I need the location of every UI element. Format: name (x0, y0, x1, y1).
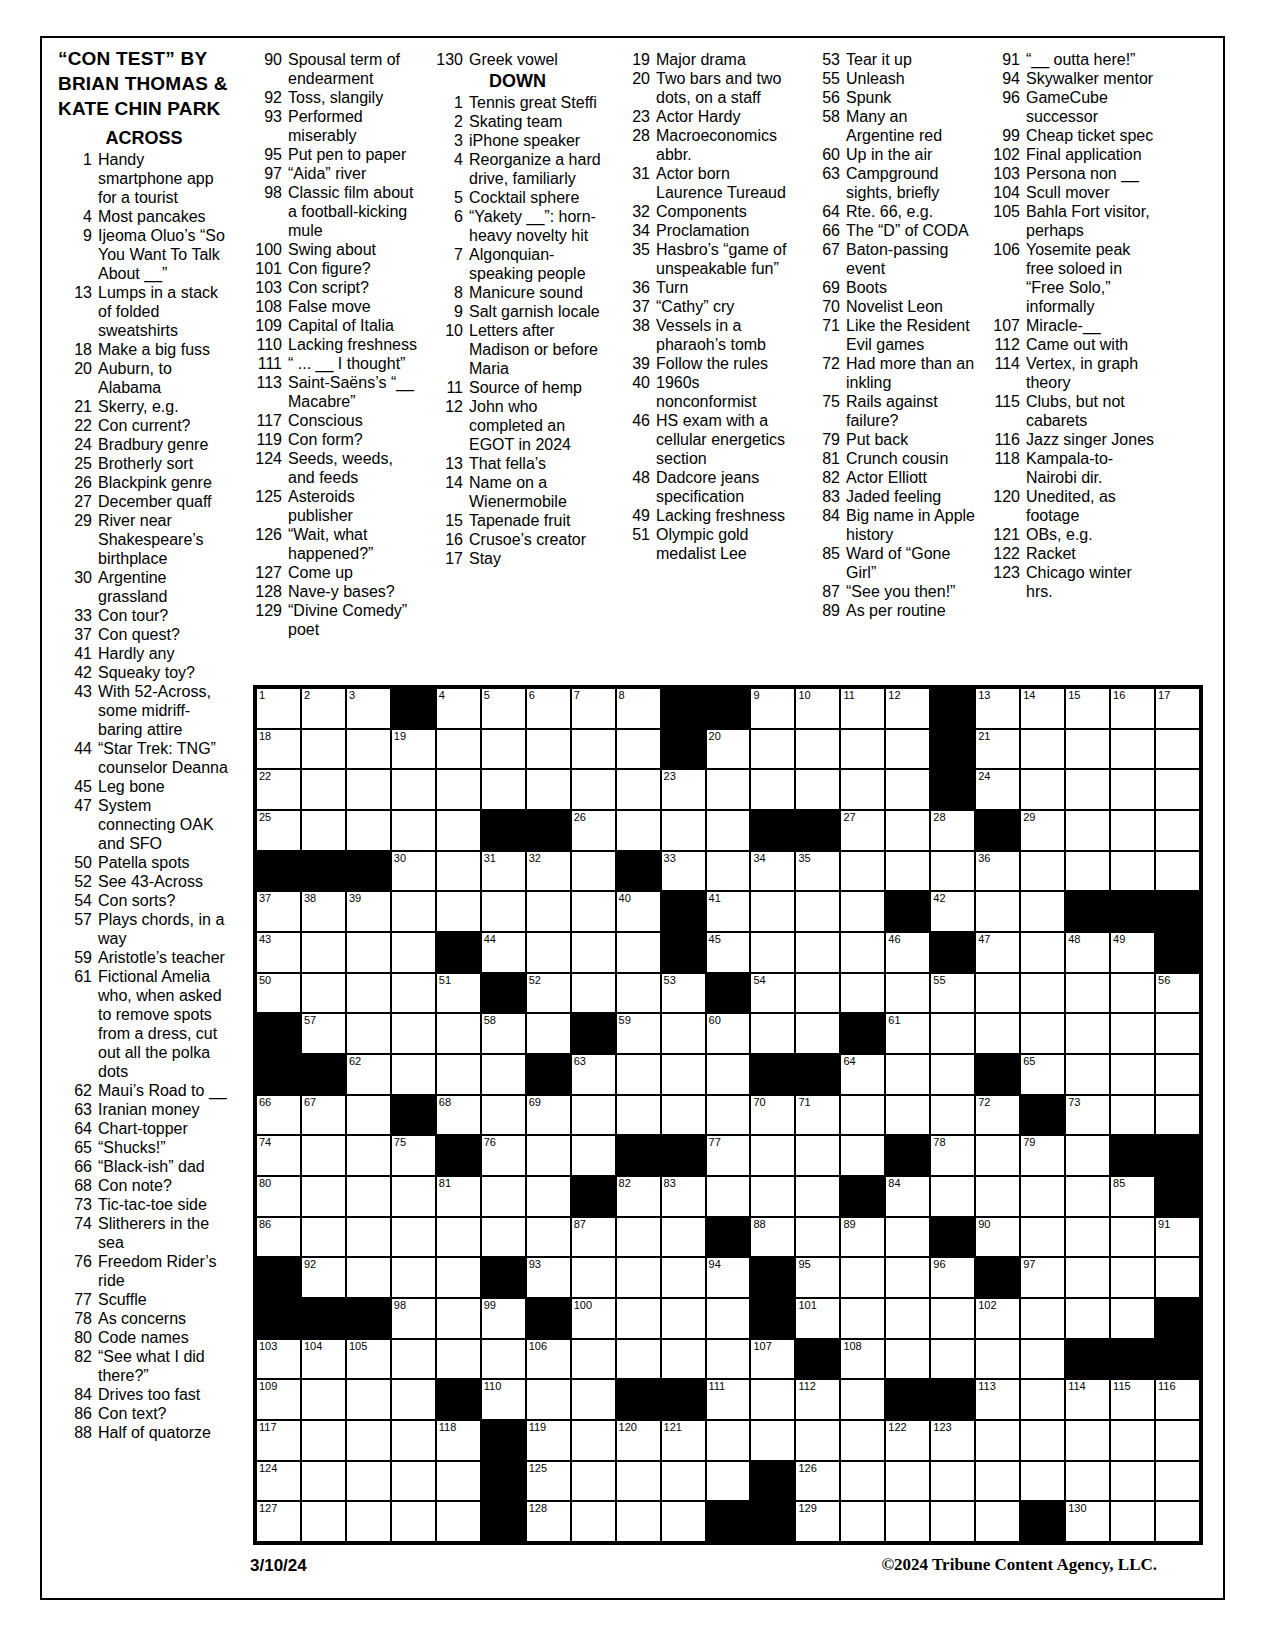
black-cell-r5c3 (346, 851, 391, 892)
cell-number-31: 31 (484, 852, 496, 865)
cell-r20c15 (885, 1461, 930, 1502)
clue-text: “Aida” river (288, 164, 422, 183)
cell-number-109: 109 (259, 1380, 277, 1393)
clue-number: 40 (614, 373, 656, 392)
clue-across-109: 109Capital of Italia (246, 316, 422, 335)
clue-number: 62 (56, 1081, 98, 1100)
clue-down-2: 2Skating team (427, 112, 608, 131)
cell-r11c10 (661, 1095, 706, 1136)
cell-number-5: 5 (484, 689, 490, 702)
clue-down-6: 6“Yakety __”: horn-heavy novelty hit (427, 207, 608, 245)
cell-r10c10 (661, 1054, 706, 1095)
cell-r20c18 (1020, 1461, 1065, 1502)
clue-across-103: 103Con script? (246, 278, 422, 297)
cell-r9c4 (391, 1013, 436, 1054)
cell-r21c19: 130 (1065, 1501, 1110, 1542)
cell-r6c16: 42 (930, 891, 975, 932)
clue-down-102: 102Final application (984, 145, 1158, 164)
clue-down-75: 75Rails against failure? (804, 392, 977, 430)
cell-r18c20: 115 (1110, 1379, 1155, 1420)
clue-across-59: 59Aristotle’s teacher (56, 948, 232, 967)
clue-number: 42 (56, 663, 98, 682)
cell-number-13: 13 (978, 689, 990, 702)
cell-r6c11: 41 (706, 891, 751, 932)
cell-number-89: 89 (843, 1218, 855, 1231)
clue-text: Skywalker mentor (1026, 69, 1158, 88)
cell-r17c4 (391, 1339, 436, 1380)
cell-r1c7: 6 (526, 688, 571, 729)
cell-number-44: 44 (484, 933, 496, 946)
clue-across-13: 13Lumps in a stack of folded sweatshirts (56, 283, 232, 340)
cell-r20c4 (391, 1461, 436, 1502)
clue-text: Manicure sound (469, 283, 608, 302)
clue-across-82: 82“See what I did there?” (56, 1347, 232, 1385)
clue-number: 125 (246, 487, 288, 506)
clue-number: 111 (246, 354, 288, 373)
clue-text: Racket (1026, 544, 1158, 563)
cell-r2c19 (1065, 729, 1110, 770)
clue-text: Fictional Amelia who, when asked to remo… (98, 967, 232, 1081)
cell-number-60: 60 (709, 1014, 721, 1027)
cell-r1c15: 12 (885, 688, 930, 729)
black-cell-r6c10 (661, 891, 706, 932)
cell-number-42: 42 (933, 892, 945, 905)
clue-text: Kampala-to-Nairobi dir. (1026, 449, 1158, 487)
cell-r21c20 (1110, 1501, 1155, 1542)
cell-number-35: 35 (798, 852, 810, 865)
cell-r6c7 (526, 891, 571, 932)
cell-r14c4 (391, 1217, 436, 1258)
cell-number-101: 101 (798, 1299, 816, 1312)
clue-number: 119 (246, 430, 288, 449)
cell-r16c8: 100 (571, 1298, 616, 1339)
clue-text: Aristotle’s teacher (98, 948, 232, 967)
clue-down-63: 63Campground sights, briefly (804, 164, 977, 202)
cell-r12c14 (840, 1135, 885, 1176)
cell-r13c9: 82 (616, 1176, 661, 1217)
cell-r3c10: 23 (661, 769, 706, 810)
black-cell-r6c19 (1065, 891, 1110, 932)
clue-down-112: 112Came out with (984, 335, 1158, 354)
cell-r3c15 (885, 769, 930, 810)
clue-down-79: 79Put back (804, 430, 977, 449)
cell-number-43: 43 (259, 933, 271, 946)
cell-r16c17: 102 (975, 1298, 1020, 1339)
cell-number-49: 49 (1113, 933, 1125, 946)
cell-r6c4 (391, 891, 436, 932)
clue-text: Spousal term of endearment (288, 50, 422, 88)
clue-down-10: 10Letters after Madison or before Maria (427, 321, 608, 378)
clue-text: Jaded feeling (846, 487, 977, 506)
clue-down-115: 115Clubs, but not cabarets (984, 392, 1158, 430)
black-cell-r18c5 (436, 1379, 481, 1420)
clue-number: 22 (56, 416, 98, 435)
clue-down-51: 51Olympic gold medalist Lee (614, 525, 792, 563)
cell-r6c8 (571, 891, 616, 932)
cell-r1c17: 13 (975, 688, 1020, 729)
cell-r2c7 (526, 729, 571, 770)
clue-number: 108 (246, 297, 288, 316)
cell-number-95: 95 (798, 1258, 810, 1271)
cell-number-104: 104 (304, 1340, 322, 1353)
cell-r13c20: 85 (1110, 1176, 1155, 1217)
clue-text: Skating team (469, 112, 608, 131)
cell-r13c11 (706, 1176, 751, 1217)
clue-down-89: 89As per routine (804, 601, 977, 620)
clue-down-7: 7Algonquian-speaking people (427, 245, 608, 283)
cell-number-29: 29 (1023, 811, 1035, 824)
clue-across-95: 95Put pen to paper (246, 145, 422, 164)
cell-number-25: 25 (259, 811, 271, 824)
cell-number-74: 74 (259, 1136, 271, 1149)
cell-r21c3 (346, 1501, 391, 1542)
clue-text: Dadcore jeans specification (656, 468, 792, 506)
clue-number: 78 (56, 1309, 98, 1328)
cell-r15c14 (840, 1257, 885, 1298)
cell-r7c17: 47 (975, 932, 1020, 973)
black-cell-r6c15 (885, 891, 930, 932)
clue-text: Leg bone (98, 777, 232, 796)
cell-number-17: 17 (1158, 689, 1170, 702)
clue-number: 68 (56, 1176, 98, 1195)
clue-number: 32 (614, 202, 656, 221)
cell-number-8: 8 (619, 689, 625, 702)
cell-number-107: 107 (753, 1340, 771, 1353)
clue-across-92: 92Toss, slangily (246, 88, 422, 107)
cell-r16c10 (661, 1298, 706, 1339)
cell-r16c19 (1065, 1298, 1110, 1339)
cell-r3c21 (1155, 769, 1200, 810)
cell-r1c19: 15 (1065, 688, 1110, 729)
cell-r2c5 (436, 729, 481, 770)
cell-r13c16 (930, 1176, 975, 1217)
cell-number-75: 75 (394, 1136, 406, 1149)
clue-down-58: 58Many an Argentine red (804, 107, 977, 145)
cell-r14c20 (1110, 1217, 1155, 1258)
black-cell-r20c12 (750, 1461, 795, 1502)
cell-r9c15: 61 (885, 1013, 930, 1054)
clue-text: Lumps in a stack of folded sweatshirts (98, 283, 232, 340)
clue-number: 120 (984, 487, 1026, 506)
cell-r11c11 (706, 1095, 751, 1136)
cell-r8c16: 55 (930, 973, 975, 1014)
clue-number: 95 (246, 145, 288, 164)
clue-across-119: 119Con form? (246, 430, 422, 449)
clue-text: Performed miserably (288, 107, 422, 145)
clue-text: December quaff (98, 492, 232, 511)
clue-down-46: 46HS exam with a cellular energetics sec… (614, 411, 792, 468)
cell-r10c6 (481, 1054, 526, 1095)
clue-text: OBs, e.g. (1026, 525, 1158, 544)
clue-number: 54 (56, 891, 98, 910)
clue-text: Rte. 66, e.g. (846, 202, 977, 221)
cell-number-11: 11 (843, 689, 854, 702)
clue-across-22: 22Con current? (56, 416, 232, 435)
cell-r13c15: 84 (885, 1176, 930, 1217)
clue-text: Con form? (288, 430, 422, 449)
clue-number: 82 (56, 1347, 98, 1366)
cell-number-30: 30 (394, 852, 406, 865)
cell-r3c14 (840, 769, 885, 810)
cell-r5c12: 34 (750, 851, 795, 892)
clue-down-84: 84Big name in Apple history (804, 506, 977, 544)
clue-number: 1 (427, 93, 469, 112)
black-cell-r17c19 (1065, 1339, 1110, 1380)
cell-r17c7: 106 (526, 1339, 571, 1380)
cell-r11c19: 73 (1065, 1095, 1110, 1136)
cell-r16c15 (885, 1298, 930, 1339)
clue-across-25: 25Brotherly sort (56, 454, 232, 473)
black-cell-r12c10 (661, 1135, 706, 1176)
clue-number: 56 (804, 88, 846, 107)
cell-r14c21: 91 (1155, 1217, 1200, 1258)
cell-r11c7: 69 (526, 1095, 571, 1136)
clue-text: Proclamation (656, 221, 792, 240)
clue-down-38: 38Vessels in a pharaoh’s tomb (614, 316, 792, 354)
clue-across-111: 111“ ... __ I thought” (246, 354, 422, 373)
cell-r6c12 (750, 891, 795, 932)
cell-r19c14 (840, 1420, 885, 1461)
clue-number: 13 (56, 283, 98, 302)
cell-r12c8 (571, 1135, 616, 1176)
cell-r6c18 (1020, 891, 1065, 932)
clue-number: 89 (804, 601, 846, 620)
clue-text: Came out with (1026, 335, 1158, 354)
clue-across-29: 29River near Shakespeare’s birthplace (56, 511, 232, 568)
clue-number: 21 (56, 397, 98, 416)
cell-r17c11 (706, 1339, 751, 1380)
cell-r18c6: 110 (481, 1379, 526, 1420)
clue-down-34: 34Proclamation (614, 221, 792, 240)
black-cell-r5c9 (616, 851, 661, 892)
clue-across-68: 68Con note? (56, 1176, 232, 1195)
clue-down-28: 28Macroeconomics abbr. (614, 126, 792, 164)
cell-r8c9 (616, 973, 661, 1014)
cell-r19c2 (301, 1420, 346, 1461)
cell-number-78: 78 (933, 1136, 945, 1149)
across-header: ACROSS (56, 126, 232, 150)
cell-r8c2 (301, 973, 346, 1014)
clue-number: 9 (427, 302, 469, 321)
cell-number-24: 24 (978, 770, 990, 783)
clue-number: 60 (804, 145, 846, 164)
cell-r9c3 (346, 1013, 391, 1054)
cell-r2c17: 21 (975, 729, 1020, 770)
clue-number: 19 (614, 50, 656, 69)
black-cell-r20c6 (481, 1461, 526, 1502)
cell-r12c19 (1065, 1135, 1110, 1176)
cell-number-94: 94 (709, 1258, 721, 1271)
cell-number-130: 130 (1068, 1502, 1086, 1515)
cell-r19c10: 121 (661, 1420, 706, 1461)
cell-number-54: 54 (753, 974, 765, 987)
clue-text: Lacking freshness (656, 506, 792, 525)
cell-number-46: 46 (888, 933, 900, 946)
cell-r5c18 (1020, 851, 1065, 892)
clue-down-20: 20Two bars and two dots, on a staff (614, 69, 792, 107)
clue-text: Macroeconomics abbr. (656, 126, 792, 164)
clue-number: 44 (56, 739, 98, 758)
cell-r5c20 (1110, 851, 1155, 892)
clue-across-54: 54Con sorts? (56, 891, 232, 910)
cell-r16c4: 98 (391, 1298, 436, 1339)
clue-text: GameCube successor (1026, 88, 1158, 126)
cell-r3c12 (750, 769, 795, 810)
cell-r5c7: 32 (526, 851, 571, 892)
clue-across-66: 66“Black-ish” dad (56, 1157, 232, 1176)
black-cell-r17c13 (795, 1339, 840, 1380)
cell-r2c21 (1155, 729, 1200, 770)
clue-text: Half of quatorze (98, 1423, 232, 1442)
cell-r9c6: 58 (481, 1013, 526, 1054)
cell-number-58: 58 (484, 1014, 496, 1027)
cell-r16c11 (706, 1298, 751, 1339)
clue-down-122: 122Racket (984, 544, 1158, 563)
cell-number-50: 50 (259, 974, 271, 987)
clue-text: Plays chords, in a way (98, 910, 232, 948)
cell-r19c18 (1020, 1420, 1065, 1461)
black-cell-r18c15 (885, 1379, 930, 1420)
clue-text: Swing about (288, 240, 422, 259)
clue-across-128: 128Nave-y bases? (246, 582, 422, 601)
clue-text: Big name in Apple history (846, 506, 977, 544)
cell-r11c6 (481, 1095, 526, 1136)
cell-r6c9: 40 (616, 891, 661, 932)
cell-r12c7 (526, 1135, 571, 1176)
cell-number-39: 39 (349, 892, 361, 905)
cell-r4c10 (661, 810, 706, 851)
clue-number: 66 (804, 221, 846, 240)
clue-across-84: 84Drives too fast (56, 1385, 232, 1404)
cell-r16c6: 99 (481, 1298, 526, 1339)
clue-text: Tic-tac-toe side (98, 1195, 232, 1214)
clue-text: “Wait, what happened?” (288, 525, 422, 563)
cell-r17c6 (481, 1339, 526, 1380)
clue-number: 28 (614, 126, 656, 145)
crossword-grid: 1234567891011121314151617181920212223242… (253, 685, 1203, 1545)
cell-r9c11: 60 (706, 1013, 751, 1054)
cell-r12c6: 76 (481, 1135, 526, 1176)
clue-number: 81 (804, 449, 846, 468)
clue-number: 20 (56, 359, 98, 378)
cell-r19c12 (750, 1420, 795, 1461)
clue-number: 57 (56, 910, 98, 929)
black-cell-r21c12 (750, 1501, 795, 1542)
cell-r18c19: 114 (1065, 1379, 1110, 1420)
cell-r7c11: 45 (706, 932, 751, 973)
cell-r17c3: 105 (346, 1339, 391, 1380)
cell-r9c21 (1155, 1013, 1200, 1054)
cell-r15c3 (346, 1257, 391, 1298)
cell-number-38: 38 (304, 892, 316, 905)
cell-r8c5: 51 (436, 973, 481, 1014)
black-cell-r12c21 (1155, 1135, 1200, 1176)
cell-r11c21 (1155, 1095, 1200, 1136)
cell-r11c16 (930, 1095, 975, 1136)
clue-number: 70 (804, 297, 846, 316)
clue-down-56: 56Spunk (804, 88, 977, 107)
cell-number-66: 66 (259, 1096, 271, 1109)
cell-r2c4: 19 (391, 729, 436, 770)
clue-text: Components (656, 202, 792, 221)
cell-number-40: 40 (619, 892, 631, 905)
cell-r20c2 (301, 1461, 346, 1502)
black-cell-r1c11 (706, 688, 751, 729)
clue-text: Chart-topper (98, 1119, 232, 1138)
cell-r16c16 (930, 1298, 975, 1339)
clue-number: 127 (246, 563, 288, 582)
cell-r15c5 (436, 1257, 481, 1298)
clue-down-17: 17Stay (427, 549, 608, 568)
cell-number-77: 77 (709, 1136, 721, 1149)
clue-number: 117 (246, 411, 288, 430)
clue-text: Bradbury genre (98, 435, 232, 454)
cell-r8c14 (840, 973, 885, 1014)
cell-number-32: 32 (529, 852, 541, 865)
clue-down-35: 35Hasbro’s “game of unspeakable fun” (614, 240, 792, 278)
clue-text: Con figure? (288, 259, 422, 278)
clue-text: Nave-y bases? (288, 582, 422, 601)
clue-number: 92 (246, 88, 288, 107)
black-cell-r11c18 (1020, 1095, 1065, 1136)
clue-down-48: 48Dadcore jeans specification (614, 468, 792, 506)
black-cell-r16c2 (301, 1298, 346, 1339)
clue-number: 84 (56, 1385, 98, 1404)
clue-down-123: 123Chicago winter hrs. (984, 563, 1158, 601)
clue-number: 66 (56, 1157, 98, 1176)
cell-r15c8 (571, 1257, 616, 1298)
cell-number-34: 34 (753, 852, 765, 865)
cell-r5c19 (1065, 851, 1110, 892)
clue-down-16: 16Crusoe’s creator (427, 530, 608, 549)
clue-text: Squeaky toy? (98, 663, 232, 682)
clue-text: Clubs, but not cabarets (1026, 392, 1158, 430)
clue-across-61: 61Fictional Amelia who, when asked to re… (56, 967, 232, 1081)
clue-text: Jazz singer Jones (1026, 430, 1158, 449)
clue-number: 99 (984, 126, 1026, 145)
black-cell-r10c7 (526, 1054, 571, 1095)
clue-text: Like the Resident Evil games (846, 316, 977, 354)
black-cell-r8c6 (481, 973, 526, 1014)
clue-number: 14 (427, 473, 469, 492)
cell-r19c3 (346, 1420, 391, 1461)
cell-r4c1: 25 (256, 810, 301, 851)
cell-r4c9 (616, 810, 661, 851)
cell-r10c21 (1155, 1054, 1200, 1095)
clue-across-117: 117Conscious (246, 411, 422, 430)
clue-number: 7 (427, 245, 469, 264)
cell-r19c7: 119 (526, 1420, 571, 1461)
clue-down-72: 72Had more than an inkling (804, 354, 977, 392)
clue-number: 6 (427, 207, 469, 226)
clue-column-1: ACROSS1Handy smartphone app for a touris… (56, 126, 232, 1442)
clue-across-52: 52See 43-Across (56, 872, 232, 891)
black-cell-r9c8 (571, 1013, 616, 1054)
cell-r20c20 (1110, 1461, 1155, 1502)
cell-r18c18 (1020, 1379, 1065, 1420)
clue-number: 94 (984, 69, 1026, 88)
clue-down-13: 13That fella’s (427, 454, 608, 473)
black-cell-r17c20 (1110, 1339, 1155, 1380)
cell-r8c4 (391, 973, 436, 1014)
black-cell-r7c16 (930, 932, 975, 973)
cell-r17c18 (1020, 1339, 1065, 1380)
cell-r1c3: 3 (346, 688, 391, 729)
cell-number-108: 108 (843, 1340, 861, 1353)
cell-number-10: 10 (798, 689, 810, 702)
clue-text: Saint-Saëns’s “__ Macabre” (288, 373, 422, 411)
clue-number: 114 (984, 354, 1026, 373)
